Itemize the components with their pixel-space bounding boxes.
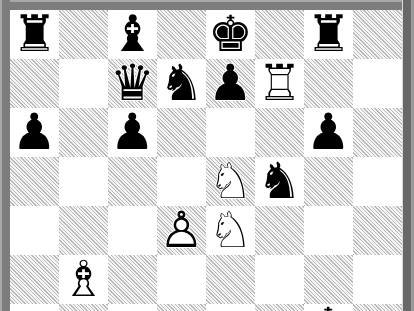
- square-b8[interactable]: [59, 10, 108, 59]
- chess-diagram: ♜♝♚♜♛♞♟♜♖♟♟♟♞♘♞♟♙♞♘♝♗♚♔: [0, 0, 414, 311]
- black-pawn-piece[interactable]: ♟: [206, 59, 255, 108]
- square-g2[interactable]: ♚♔: [304, 304, 353, 311]
- square-b5[interactable]: [59, 157, 108, 206]
- square-g4[interactable]: [304, 206, 353, 255]
- chess-board[interactable]: ♜♝♚♜♛♞♟♜♖♟♟♟♞♘♞♟♙♞♘♝♗♚♔: [10, 10, 402, 311]
- square-e6[interactable]: [206, 108, 255, 157]
- bishop-outline-glyph: ♗: [59, 255, 108, 304]
- square-c7[interactable]: ♛: [108, 59, 157, 108]
- square-b4[interactable]: [59, 206, 108, 255]
- black-bishop-piece[interactable]: ♝: [108, 10, 157, 59]
- square-d5[interactable]: [157, 157, 206, 206]
- square-f2[interactable]: [255, 304, 304, 311]
- square-a4[interactable]: [10, 206, 59, 255]
- square-f7[interactable]: ♜♖: [255, 59, 304, 108]
- square-h6[interactable]: [353, 108, 402, 157]
- board-frame-left: [0, 0, 10, 311]
- rook-glyph: ♜: [304, 10, 353, 59]
- pawn-glyph: ♟: [304, 108, 353, 157]
- square-a7[interactable]: [10, 59, 59, 108]
- white-rook-piece[interactable]: ♜♖: [255, 59, 304, 108]
- square-a5[interactable]: [10, 157, 59, 206]
- square-g5[interactable]: [304, 157, 353, 206]
- square-c3[interactable]: [108, 255, 157, 304]
- black-knight-piece[interactable]: ♞: [157, 59, 206, 108]
- black-knight-piece[interactable]: ♞: [255, 157, 304, 206]
- black-rook-piece[interactable]: ♜: [304, 10, 353, 59]
- square-d4[interactable]: ♟♙: [157, 206, 206, 255]
- black-king-piece[interactable]: ♚: [206, 10, 255, 59]
- square-h8[interactable]: [353, 10, 402, 59]
- pawn-glyph: ♟: [206, 59, 255, 108]
- square-c4[interactable]: [108, 206, 157, 255]
- rook-outline-glyph: ♖: [255, 59, 304, 108]
- square-e8[interactable]: ♚: [206, 10, 255, 59]
- rook-glyph: ♜: [10, 10, 59, 59]
- white-knight-piece[interactable]: ♞♘: [206, 157, 255, 206]
- pawn-glyph: ♟: [108, 108, 157, 157]
- white-pawn-piece[interactable]: ♟♙: [157, 206, 206, 255]
- square-d6[interactable]: [157, 108, 206, 157]
- square-c5[interactable]: [108, 157, 157, 206]
- knight-glyph: ♞: [157, 59, 206, 108]
- square-c6[interactable]: ♟: [108, 108, 157, 157]
- square-b3[interactable]: ♝♗: [59, 255, 108, 304]
- square-c2[interactable]: [108, 304, 157, 311]
- square-f8[interactable]: [255, 10, 304, 59]
- queen-glyph: ♛: [108, 59, 157, 108]
- white-king-piece[interactable]: ♚♔: [304, 302, 353, 311]
- square-e3[interactable]: [206, 255, 255, 304]
- pawn-glyph: ♟: [10, 108, 59, 157]
- square-g7[interactable]: [304, 59, 353, 108]
- square-e5[interactable]: ♞♘: [206, 157, 255, 206]
- square-b2[interactable]: [59, 304, 108, 311]
- square-g8[interactable]: ♜: [304, 10, 353, 59]
- square-g6[interactable]: ♟: [304, 108, 353, 157]
- black-pawn-piece[interactable]: ♟: [108, 108, 157, 157]
- black-queen-piece[interactable]: ♛: [108, 59, 157, 108]
- square-b7[interactable]: [59, 59, 108, 108]
- knight-outline-glyph: ♘: [206, 157, 255, 206]
- knight-glyph: ♞: [255, 157, 304, 206]
- square-a8[interactable]: ♜: [10, 10, 59, 59]
- square-d3[interactable]: [157, 255, 206, 304]
- king-glyph: ♚: [206, 10, 255, 59]
- black-pawn-piece[interactable]: ♟: [10, 108, 59, 157]
- square-h7[interactable]: [353, 59, 402, 108]
- board-frame-right: [402, 0, 414, 311]
- square-f3[interactable]: [255, 255, 304, 304]
- square-h4[interactable]: [353, 206, 402, 255]
- white-bishop-piece[interactable]: ♝♗: [59, 255, 108, 304]
- square-e2[interactable]: [206, 304, 255, 311]
- square-f4[interactable]: [255, 206, 304, 255]
- knight-outline-glyph: ♘: [206, 206, 255, 255]
- square-d2[interactable]: [157, 304, 206, 311]
- square-d8[interactable]: [157, 10, 206, 59]
- square-a2[interactable]: [10, 304, 59, 311]
- black-rook-piece[interactable]: ♜: [10, 10, 59, 59]
- square-h2[interactable]: [353, 304, 402, 311]
- pawn-outline-glyph: ♙: [157, 206, 206, 255]
- board-frame-top: [0, 0, 414, 10]
- square-b6[interactable]: [59, 108, 108, 157]
- square-h5[interactable]: [353, 157, 402, 206]
- square-f6[interactable]: [255, 108, 304, 157]
- square-e7[interactable]: ♟: [206, 59, 255, 108]
- black-pawn-piece[interactable]: ♟: [304, 108, 353, 157]
- square-h3[interactable]: [353, 255, 402, 304]
- square-e4[interactable]: ♞♘: [206, 206, 255, 255]
- bishop-glyph: ♝: [108, 10, 157, 59]
- white-knight-piece[interactable]: ♞♘: [206, 206, 255, 255]
- square-f5[interactable]: ♞: [255, 157, 304, 206]
- square-c8[interactable]: ♝: [108, 10, 157, 59]
- square-a6[interactable]: ♟: [10, 108, 59, 157]
- square-d7[interactable]: ♞: [157, 59, 206, 108]
- king-outline-glyph: ♔: [304, 302, 353, 311]
- square-a3[interactable]: [10, 255, 59, 304]
